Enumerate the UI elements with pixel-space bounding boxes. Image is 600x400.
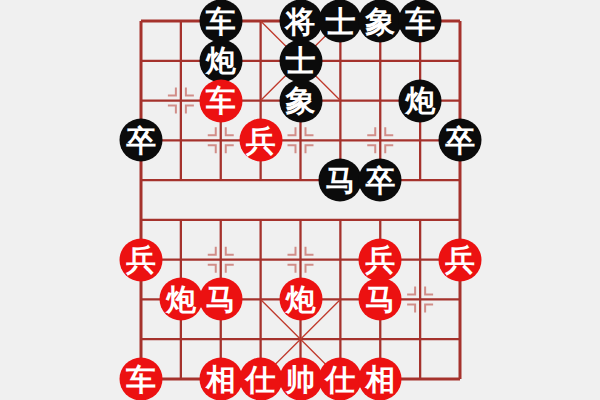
black-horse-piece[interactable]: 马 — [319, 159, 362, 202]
red-advisor-piece[interactable]: 仕 — [239, 358, 282, 400]
black-soldier-piece[interactable]: 卒 — [439, 119, 482, 162]
black-soldier-piece[interactable]: 卒 — [120, 119, 163, 162]
red-rook-piece[interactable]: 车 — [120, 358, 163, 400]
black-soldier-piece[interactable]: 卒 — [359, 159, 402, 202]
red-elephant-piece[interactable]: 相 — [359, 358, 402, 400]
black-cannon-piece[interactable]: 炮 — [199, 39, 242, 82]
red-advisor-piece[interactable]: 仕 — [319, 358, 362, 400]
red-rook-piece[interactable]: 车 — [199, 79, 242, 122]
red-cannon-piece[interactable]: 炮 — [159, 278, 202, 321]
red-soldier-piece[interactable]: 兵 — [359, 238, 402, 281]
red-soldier-piece[interactable]: 兵 — [239, 119, 282, 162]
red-horse-piece[interactable]: 马 — [359, 278, 402, 321]
black-rook-piece[interactable]: 车 — [199, 0, 242, 43]
red-soldier-piece[interactable]: 兵 — [439, 238, 482, 281]
black-cannon-piece[interactable]: 炮 — [399, 79, 442, 122]
red-cannon-piece[interactable]: 炮 — [279, 278, 322, 321]
black-general-piece[interactable]: 将 — [279, 0, 322, 43]
black-advisor-piece[interactable]: 士 — [319, 0, 362, 43]
xiangqi-app: 车将士象车炮士车象炮卒兵卒马卒兵兵兵炮马炮马车相仕帅仕相 — [0, 0, 600, 400]
red-horse-piece[interactable]: 马 — [199, 278, 242, 321]
red-general-piece[interactable]: 帅 — [279, 358, 322, 400]
black-rook-piece[interactable]: 车 — [399, 0, 442, 43]
black-advisor-piece[interactable]: 士 — [279, 39, 322, 82]
xiangqi-board[interactable]: 车将士象车炮士车象炮卒兵卒马卒兵兵兵炮马炮马车相仕帅仕相 — [0, 0, 600, 400]
red-elephant-piece[interactable]: 相 — [199, 358, 242, 400]
red-soldier-piece[interactable]: 兵 — [120, 238, 163, 281]
black-elephant-piece[interactable]: 象 — [279, 79, 322, 122]
black-elephant-piece[interactable]: 象 — [359, 0, 402, 43]
